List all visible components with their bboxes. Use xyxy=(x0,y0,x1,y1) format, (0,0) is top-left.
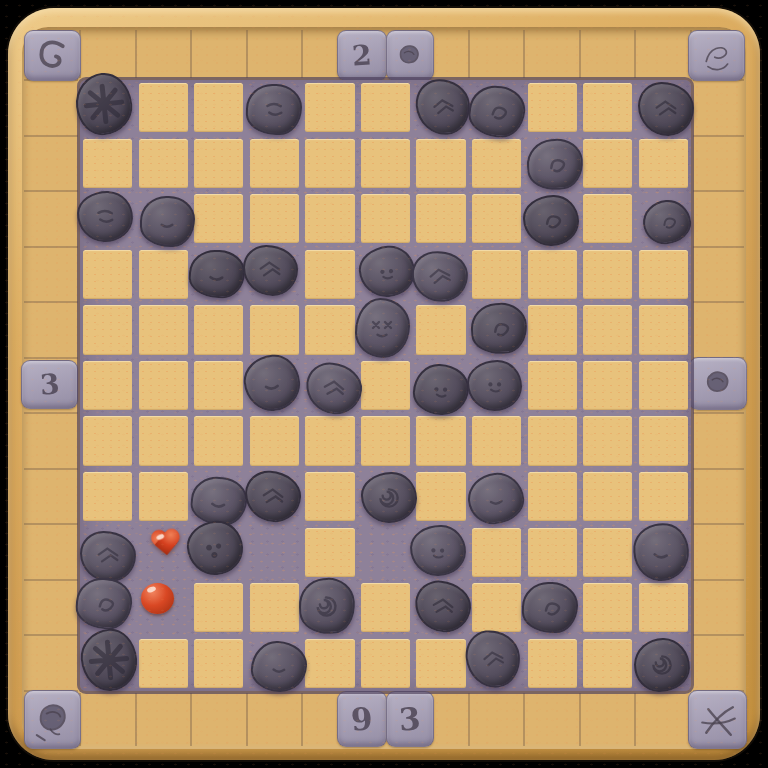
cell-r2c1[interactable] xyxy=(136,191,192,247)
frame-ring-divider xyxy=(693,468,744,470)
cell-r2c8[interactable] xyxy=(524,191,580,247)
cell-r10c10[interactable] xyxy=(635,635,691,691)
cell-r9c10[interactable] xyxy=(639,583,688,632)
stone[interactable] xyxy=(641,198,693,246)
angular-mark-icon xyxy=(316,371,351,406)
frame-tile-glyph: 9 xyxy=(350,700,374,737)
hook-glyph-icon xyxy=(32,35,73,76)
cell-r10c6[interactable] xyxy=(416,639,465,688)
cell-r1c0[interactable] xyxy=(83,139,132,188)
cell-r6c2[interactable] xyxy=(194,416,243,465)
frame-tile-right-center xyxy=(689,357,747,410)
cell-r0c2[interactable] xyxy=(194,83,243,132)
cell-r3c7[interactable] xyxy=(472,250,521,299)
angular-mark-icon xyxy=(426,589,461,624)
cell-r9c9[interactable] xyxy=(583,583,632,632)
cell-r4c3[interactable] xyxy=(250,305,299,354)
cell-r5c0[interactable] xyxy=(83,361,132,410)
swirl-mark-icon xyxy=(372,481,405,514)
frame-ring-divider xyxy=(634,30,636,78)
stone[interactable] xyxy=(241,353,301,414)
cell-r2c9[interactable] xyxy=(583,194,632,243)
stone[interactable] xyxy=(80,531,136,582)
stone[interactable] xyxy=(357,244,416,299)
stone[interactable] xyxy=(412,363,469,416)
frame-ring-divider xyxy=(693,135,744,137)
cell-r3c2[interactable] xyxy=(191,247,247,303)
cell-r7c7[interactable] xyxy=(469,469,525,525)
cell-r2c0[interactable] xyxy=(80,191,136,247)
stone[interactable] xyxy=(250,640,307,693)
xface-mark-icon xyxy=(364,310,400,346)
frame-ring-divider xyxy=(135,30,137,78)
cell-r7c4[interactable] xyxy=(305,472,354,521)
frame-ring-divider xyxy=(190,693,192,746)
cell-r1c9[interactable] xyxy=(583,139,632,188)
cell-r9c8[interactable] xyxy=(524,580,580,636)
curl-mark-icon xyxy=(479,94,514,129)
stone[interactable] xyxy=(523,195,579,247)
cell-r7c0[interactable] xyxy=(83,472,132,521)
cell-r1c1[interactable] xyxy=(139,139,188,188)
cell-r7c9[interactable] xyxy=(583,472,632,521)
frame-ring-divider xyxy=(24,468,78,470)
rocksketch-glyph-icon xyxy=(29,696,76,743)
stone[interactable] xyxy=(522,582,578,634)
frame-tile-bottom-center-left: 9 xyxy=(337,691,387,747)
frame-tile-left-center: 3 xyxy=(21,360,78,409)
stone[interactable] xyxy=(413,579,473,635)
stone[interactable] xyxy=(414,77,473,137)
slash-mark-icon xyxy=(257,93,290,126)
cell-r3c0[interactable] xyxy=(83,250,132,299)
curl-mark-icon xyxy=(482,312,516,346)
frame-ring-divider xyxy=(579,693,581,746)
stone[interactable] xyxy=(466,471,526,527)
stone[interactable] xyxy=(243,470,301,524)
plain-mark-icon xyxy=(478,481,513,516)
cell-r4c9[interactable] xyxy=(583,305,632,354)
cell-r9c6[interactable] xyxy=(413,580,469,636)
cell-r4c2[interactable] xyxy=(194,305,243,354)
stone[interactable] xyxy=(466,84,527,141)
plain-mark-icon xyxy=(200,482,238,520)
cell-r6c6[interactable] xyxy=(416,416,465,465)
cell-r7c2[interactable] xyxy=(191,469,247,525)
cell-r3c3[interactable] xyxy=(247,247,303,303)
ball-highlight xyxy=(146,586,156,594)
curl-mark-icon xyxy=(653,207,682,236)
frame-ring-divider xyxy=(246,30,248,78)
cell-r6c10[interactable] xyxy=(639,416,688,465)
cell-r8c6[interactable] xyxy=(413,524,469,580)
swirl-mark-icon xyxy=(646,649,679,682)
cell-r5c6[interactable] xyxy=(413,358,469,414)
cell-r9c0[interactable] xyxy=(80,580,136,636)
frame-ring-divider xyxy=(24,246,78,248)
cell-r2c7[interactable] xyxy=(472,194,521,243)
cell-r1c10[interactable] xyxy=(639,139,688,188)
cell-r4c1[interactable] xyxy=(139,305,188,354)
stone[interactable] xyxy=(360,472,416,524)
cell-r2c5[interactable] xyxy=(361,194,410,243)
stone[interactable] xyxy=(469,302,528,357)
cell-r1c5[interactable] xyxy=(361,139,410,188)
angular-mark-icon xyxy=(426,90,460,124)
cell-r7c6[interactable] xyxy=(416,472,465,521)
cell-r5c3[interactable] xyxy=(247,358,303,414)
frame-ring-divider xyxy=(24,301,78,303)
cell-r6c9[interactable] xyxy=(583,416,632,465)
face-mark-icon xyxy=(479,369,511,401)
cell-r10c3[interactable] xyxy=(247,635,303,691)
frame-ring-divider xyxy=(693,579,744,581)
cell-r8c2[interactable] xyxy=(191,524,247,580)
cell-r2c2[interactable] xyxy=(194,194,243,243)
frame-ring-divider xyxy=(523,30,525,78)
cell-r6c8[interactable] xyxy=(528,416,577,465)
angular-mark-icon xyxy=(92,540,124,572)
cell-r0c8[interactable] xyxy=(528,83,577,132)
cell-r7c8[interactable] xyxy=(528,472,577,521)
cell-r0c0[interactable] xyxy=(80,80,136,136)
cell-r7c10[interactable] xyxy=(639,472,688,521)
stone[interactable] xyxy=(410,248,471,305)
cell-r2c3[interactable] xyxy=(250,194,299,243)
angular-mark-icon xyxy=(422,259,457,294)
cell-r3c9[interactable] xyxy=(583,250,632,299)
cell-r6c5[interactable] xyxy=(361,416,410,465)
cell-r4c0[interactable] xyxy=(83,305,132,354)
cell-r1c6[interactable] xyxy=(416,139,465,188)
cell-r10c8[interactable] xyxy=(528,639,577,688)
stone[interactable] xyxy=(410,524,466,576)
cell-r2c4[interactable] xyxy=(305,194,354,243)
cell-r10c1[interactable] xyxy=(139,639,188,688)
stone[interactable] xyxy=(188,249,245,299)
cell-r0c9[interactable] xyxy=(583,83,632,132)
frame-ring-divider xyxy=(693,523,744,525)
cell-r10c4[interactable] xyxy=(305,639,354,688)
stone[interactable] xyxy=(631,520,692,583)
cell-r8c4[interactable] xyxy=(305,528,354,577)
cell-r6c7[interactable] xyxy=(472,416,521,465)
pinwheel-mark-icon xyxy=(76,76,131,131)
pinwheel-mark-icon xyxy=(82,633,136,687)
frame-tile-glyph: 2 xyxy=(351,38,373,72)
frame-ring-divider xyxy=(301,30,303,78)
frame-ring-divider xyxy=(468,30,470,78)
frame-ring-divider xyxy=(246,693,248,746)
cell-r9c5[interactable] xyxy=(361,583,410,632)
cell-r8c0[interactable] xyxy=(80,524,136,580)
stone[interactable] xyxy=(304,360,365,417)
frame-tile-top-center-right xyxy=(386,30,434,81)
curl-mark-icon xyxy=(534,591,567,624)
angular-mark-icon xyxy=(254,254,286,286)
frame-tile-corner-bottom-left xyxy=(24,690,81,749)
heart-highlight xyxy=(156,533,165,541)
stone[interactable] xyxy=(297,576,356,636)
frame-ring-divider xyxy=(24,412,78,414)
frame-ring-divider xyxy=(693,301,744,303)
cell-r8c8[interactable] xyxy=(528,528,577,577)
frame-tile-glyph: 3 xyxy=(39,367,61,401)
cell-r5c9[interactable] xyxy=(583,361,632,410)
cell-r3c8[interactable] xyxy=(528,250,577,299)
face-mark-icon xyxy=(369,254,403,288)
cell-r8c1[interactable] xyxy=(136,524,192,580)
stone[interactable] xyxy=(467,360,523,411)
cell-r0c5[interactable] xyxy=(361,83,410,132)
frame-ring-divider xyxy=(468,693,470,746)
cell-r6c4[interactable] xyxy=(305,416,354,465)
frame-ring-divider xyxy=(24,634,78,636)
cell-r9c7[interactable] xyxy=(472,583,521,632)
stone[interactable] xyxy=(355,298,411,358)
stone[interactable] xyxy=(76,190,133,243)
stone[interactable] xyxy=(245,84,301,136)
cell-r5c2[interactable] xyxy=(194,361,243,410)
face-mark-icon xyxy=(422,534,455,567)
frame-tile-glyph: 3 xyxy=(398,700,422,737)
stone[interactable] xyxy=(185,519,244,577)
cell-r0c4[interactable] xyxy=(305,83,354,132)
stone[interactable] xyxy=(140,196,196,247)
frame-tile-corner-top-right xyxy=(688,30,745,81)
red-heart-piece[interactable] xyxy=(149,528,183,560)
frame-ring-divider xyxy=(693,246,744,248)
bird-glyph-icon xyxy=(696,35,737,76)
frame-tile-corner-bottom-right xyxy=(688,690,747,749)
cell-r5c5[interactable] xyxy=(361,361,410,410)
frame-ring-divider xyxy=(301,693,303,746)
cell-r10c0[interactable] xyxy=(80,635,136,691)
cell-r2c6[interactable] xyxy=(416,194,465,243)
game-board xyxy=(80,80,691,691)
cell-r5c1[interactable] xyxy=(139,361,188,410)
holes-mark-icon xyxy=(197,531,232,566)
curl-mark-icon xyxy=(538,147,573,182)
face-mark-icon xyxy=(424,373,457,406)
frame-tile-top-center-left: 2 xyxy=(337,30,387,81)
stone[interactable] xyxy=(525,136,585,192)
angular-mark-icon xyxy=(256,480,290,514)
cell-r9c3[interactable] xyxy=(250,583,299,632)
cell-r8c7[interactable] xyxy=(472,528,521,577)
cell-r10c5[interactable] xyxy=(361,639,410,688)
cell-r4c4[interactable] xyxy=(305,305,354,354)
frame-ring-divider xyxy=(24,357,78,359)
cell-r1c3[interactable] xyxy=(250,139,299,188)
cell-r3c4[interactable] xyxy=(305,250,354,299)
cell-r8c10[interactable] xyxy=(635,524,691,580)
cell-r6c3[interactable] xyxy=(250,416,299,465)
cell-r9c4[interactable] xyxy=(302,580,358,636)
cell-r7c1[interactable] xyxy=(139,472,188,521)
cell-r0c1[interactable] xyxy=(139,83,188,132)
xflourish-glyph-icon xyxy=(693,695,742,744)
plain-mark-icon xyxy=(641,532,681,572)
cell-r0c7[interactable] xyxy=(469,80,525,136)
frame-ring-divider xyxy=(693,634,744,636)
cell-r4c5[interactable] xyxy=(358,302,414,358)
cell-r9c1[interactable] xyxy=(136,580,192,636)
cell-r7c3[interactable] xyxy=(247,469,303,525)
frame-ring-divider xyxy=(693,190,744,192)
stone[interactable] xyxy=(463,628,523,691)
frame-ring-divider xyxy=(24,579,78,581)
cell-r0c6[interactable] xyxy=(413,80,469,136)
stone[interactable] xyxy=(638,82,694,136)
frame-ring-divider xyxy=(24,190,78,192)
angular-mark-icon xyxy=(650,93,682,125)
cell-r3c5[interactable] xyxy=(358,247,414,303)
stone[interactable] xyxy=(78,627,139,694)
stone[interactable] xyxy=(189,474,249,527)
cell-r6c0[interactable] xyxy=(83,416,132,465)
red-ball-piece[interactable] xyxy=(141,583,174,614)
cell-r9c2[interactable] xyxy=(194,583,243,632)
cell-r6c1[interactable] xyxy=(139,416,188,465)
plain-mark-icon xyxy=(199,256,235,292)
stone[interactable] xyxy=(74,576,133,631)
cell-r3c1[interactable] xyxy=(139,250,188,299)
frame-ring-divider xyxy=(135,693,137,746)
cell-r0c10[interactable] xyxy=(635,80,691,136)
stone[interactable] xyxy=(243,245,299,296)
stone[interactable] xyxy=(634,638,690,693)
slash-mark-icon xyxy=(88,200,121,233)
frame-tile-corner-top-left xyxy=(24,30,81,81)
rock-glyph-icon xyxy=(391,37,429,75)
cell-r5c4[interactable] xyxy=(302,358,358,414)
frame-ring-divider xyxy=(523,693,525,746)
cell-r4c7[interactable] xyxy=(469,302,525,358)
screenshot-scene: 2393 xyxy=(0,0,768,768)
swirl-mark-icon xyxy=(309,588,344,623)
rock-glyph-icon xyxy=(697,362,740,405)
cell-r1c2[interactable] xyxy=(194,139,243,188)
plain-mark-icon xyxy=(151,206,183,238)
frame-ring-divider xyxy=(24,135,78,137)
cell-r4c10[interactable] xyxy=(639,305,688,354)
cell-r1c7[interactable] xyxy=(472,139,521,188)
frame-ring-divider xyxy=(634,693,636,746)
cell-r8c9[interactable] xyxy=(583,528,632,577)
frame-ring-divider xyxy=(24,523,78,525)
cell-r5c7[interactable] xyxy=(469,358,525,414)
curl-mark-icon xyxy=(535,205,568,238)
cell-r1c8[interactable] xyxy=(524,136,580,192)
cell-r2c10[interactable] xyxy=(635,191,691,247)
plain-mark-icon xyxy=(252,365,290,403)
angular-mark-icon xyxy=(476,642,510,676)
cell-r10c7[interactable] xyxy=(469,635,525,691)
frame-tile-bottom-center-right: 3 xyxy=(386,691,434,747)
frame-ring-divider xyxy=(579,30,581,78)
stone[interactable] xyxy=(73,70,135,137)
cell-r4c6[interactable] xyxy=(416,305,465,354)
plain-mark-icon xyxy=(262,650,295,683)
cell-r7c5[interactable] xyxy=(358,469,414,525)
cell-r3c6[interactable] xyxy=(413,247,469,303)
cell-r10c2[interactable] xyxy=(194,639,243,688)
cell-r10c9[interactable] xyxy=(583,639,632,688)
cell-r3c10[interactable] xyxy=(639,250,688,299)
frame-ring-divider xyxy=(693,412,744,414)
frame-ring-divider xyxy=(190,30,192,78)
cell-r5c8[interactable] xyxy=(528,361,577,410)
cell-r0c3[interactable] xyxy=(247,80,303,136)
cell-r1c4[interactable] xyxy=(305,139,354,188)
curl-mark-icon xyxy=(87,587,121,621)
cell-r5c10[interactable] xyxy=(639,361,688,410)
cell-r4c8[interactable] xyxy=(528,305,577,354)
